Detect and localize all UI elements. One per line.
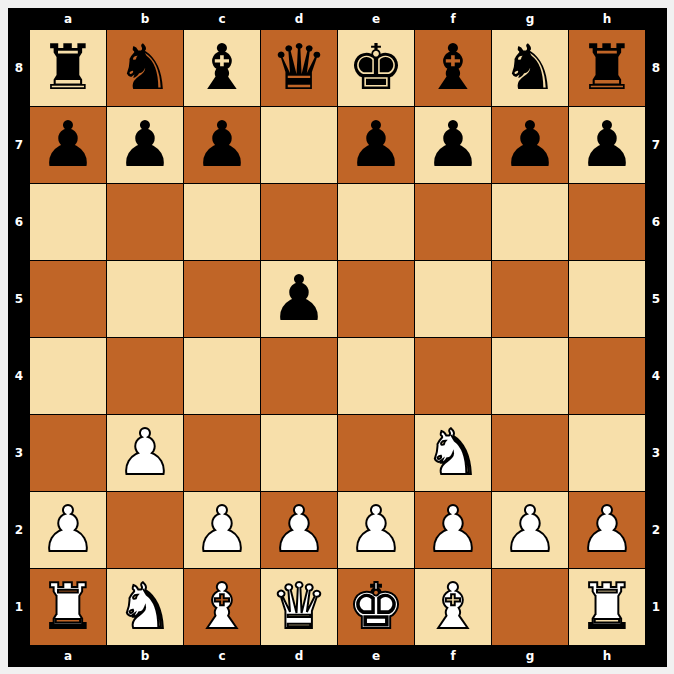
square-g1[interactable] — [492, 569, 568, 645]
square-e5[interactable] — [338, 261, 414, 337]
square-c2[interactable]: ♟ — [184, 492, 260, 568]
file-labels-bottom: abcdefgh — [30, 645, 645, 667]
rank-label-2: 2 — [645, 492, 667, 568]
square-h5[interactable] — [569, 261, 645, 337]
square-f8[interactable]: ♝ — [415, 30, 491, 106]
black-pawn-icon: ♟ — [579, 107, 635, 183]
square-a5[interactable] — [30, 261, 106, 337]
file-labels-top: abcdefgh — [30, 8, 645, 30]
file-label-g: g — [492, 645, 568, 667]
black-knight-icon: ♞ — [502, 30, 558, 106]
file-label-c: c — [184, 8, 260, 30]
square-h6[interactable] — [569, 184, 645, 260]
square-h3[interactable] — [569, 415, 645, 491]
file-label-f: f — [415, 8, 491, 30]
square-g3[interactable] — [492, 415, 568, 491]
square-e3[interactable] — [338, 415, 414, 491]
board-grid: ♜♞♝♛♚♝♞♜♟♟♟♟♟♟♟♟♟♞♟♟♟♟♟♟♟♜♞♝♛♚♝♜ — [30, 30, 645, 645]
square-e7[interactable]: ♟ — [338, 107, 414, 183]
black-rook-icon: ♜ — [40, 30, 96, 106]
square-g5[interactable] — [492, 261, 568, 337]
rank-label-5: 5 — [645, 261, 667, 337]
rank-label-8: 8 — [8, 30, 30, 106]
square-a1[interactable]: ♜ — [30, 569, 106, 645]
white-pawn-icon: ♟ — [40, 492, 96, 568]
rank-label-7: 7 — [8, 107, 30, 183]
square-c7[interactable]: ♟ — [184, 107, 260, 183]
rank-label-8: 8 — [645, 30, 667, 106]
black-pawn-icon: ♟ — [502, 107, 558, 183]
black-knight-icon: ♞ — [117, 30, 173, 106]
square-d6[interactable] — [261, 184, 337, 260]
black-pawn-icon: ♟ — [271, 261, 327, 337]
rank-label-2: 2 — [8, 492, 30, 568]
square-d5[interactable]: ♟ — [261, 261, 337, 337]
square-c4[interactable] — [184, 338, 260, 414]
square-b3[interactable]: ♟ — [107, 415, 183, 491]
file-label-d: d — [261, 645, 337, 667]
file-label-a: a — [30, 8, 106, 30]
square-b4[interactable] — [107, 338, 183, 414]
square-f1[interactable]: ♝ — [415, 569, 491, 645]
chessboard: abcdefgh 87654321 ♜♞♝♛♚♝♞♜♟♟♟♟♟♟♟♟♟♞♟♟♟♟… — [8, 8, 667, 667]
rank-label-7: 7 — [645, 107, 667, 183]
square-b8[interactable]: ♞ — [107, 30, 183, 106]
rank-label-1: 1 — [645, 569, 667, 645]
black-pawn-icon: ♟ — [117, 107, 173, 183]
square-f3[interactable]: ♞ — [415, 415, 491, 491]
white-king-icon: ♚ — [348, 569, 404, 645]
square-g2[interactable]: ♟ — [492, 492, 568, 568]
rank-labels-right: 87654321 — [645, 30, 667, 645]
square-c5[interactable] — [184, 261, 260, 337]
square-a2[interactable]: ♟ — [30, 492, 106, 568]
square-d3[interactable] — [261, 415, 337, 491]
rank-label-5: 5 — [8, 261, 30, 337]
square-c8[interactable]: ♝ — [184, 30, 260, 106]
square-e1[interactable]: ♚ — [338, 569, 414, 645]
square-d4[interactable] — [261, 338, 337, 414]
square-a3[interactable] — [30, 415, 106, 491]
file-label-b: b — [107, 645, 183, 667]
white-pawn-icon: ♟ — [271, 492, 327, 568]
square-g8[interactable]: ♞ — [492, 30, 568, 106]
square-b5[interactable] — [107, 261, 183, 337]
square-f5[interactable] — [415, 261, 491, 337]
square-e6[interactable] — [338, 184, 414, 260]
black-pawn-icon: ♟ — [425, 107, 481, 183]
black-king-icon: ♚ — [348, 30, 404, 106]
file-label-h: h — [569, 8, 645, 30]
white-rook-icon: ♜ — [579, 569, 635, 645]
square-c1[interactable]: ♝ — [184, 569, 260, 645]
rank-label-3: 3 — [8, 415, 30, 491]
rank-labels-left: 87654321 — [8, 30, 30, 645]
file-label-f: f — [415, 645, 491, 667]
file-label-e: e — [338, 8, 414, 30]
black-bishop-icon: ♝ — [194, 30, 250, 106]
file-label-d: d — [261, 8, 337, 30]
white-pawn-icon: ♟ — [348, 492, 404, 568]
black-pawn-icon: ♟ — [348, 107, 404, 183]
square-c6[interactable] — [184, 184, 260, 260]
file-label-h: h — [569, 645, 645, 667]
rank-label-4: 4 — [645, 338, 667, 414]
square-f6[interactable] — [415, 184, 491, 260]
square-g7[interactable]: ♟ — [492, 107, 568, 183]
square-h7[interactable]: ♟ — [569, 107, 645, 183]
white-pawn-icon: ♟ — [117, 415, 173, 491]
square-d8[interactable]: ♛ — [261, 30, 337, 106]
square-h2[interactable]: ♟ — [569, 492, 645, 568]
white-knight-icon: ♞ — [425, 415, 481, 491]
square-c3[interactable] — [184, 415, 260, 491]
square-b7[interactable]: ♟ — [107, 107, 183, 183]
square-b6[interactable] — [107, 184, 183, 260]
square-d1[interactable]: ♛ — [261, 569, 337, 645]
rank-label-1: 1 — [8, 569, 30, 645]
square-b2[interactable] — [107, 492, 183, 568]
white-bishop-icon: ♝ — [425, 569, 481, 645]
square-h1[interactable]: ♜ — [569, 569, 645, 645]
black-queen-icon: ♛ — [271, 30, 327, 106]
file-label-c: c — [184, 645, 260, 667]
square-a4[interactable] — [30, 338, 106, 414]
square-e8[interactable]: ♚ — [338, 30, 414, 106]
black-bishop-icon: ♝ — [425, 30, 481, 106]
square-b1[interactable]: ♞ — [107, 569, 183, 645]
white-pawn-icon: ♟ — [425, 492, 481, 568]
square-h8[interactable]: ♜ — [569, 30, 645, 106]
square-a6[interactable] — [30, 184, 106, 260]
square-f7[interactable]: ♟ — [415, 107, 491, 183]
rank-label-3: 3 — [645, 415, 667, 491]
white-pawn-icon: ♟ — [579, 492, 635, 568]
white-rook-icon: ♜ — [40, 569, 96, 645]
square-d2[interactable]: ♟ — [261, 492, 337, 568]
square-a8[interactable]: ♜ — [30, 30, 106, 106]
black-pawn-icon: ♟ — [40, 107, 96, 183]
file-label-a: a — [30, 645, 106, 667]
square-f4[interactable] — [415, 338, 491, 414]
square-h4[interactable] — [569, 338, 645, 414]
white-bishop-icon: ♝ — [194, 569, 250, 645]
rank-label-6: 6 — [8, 184, 30, 260]
white-pawn-icon: ♟ — [194, 492, 250, 568]
file-label-e: e — [338, 645, 414, 667]
white-knight-icon: ♞ — [117, 569, 173, 645]
square-g4[interactable] — [492, 338, 568, 414]
square-a7[interactable]: ♟ — [30, 107, 106, 183]
white-queen-icon: ♛ — [271, 569, 327, 645]
rank-label-6: 6 — [645, 184, 667, 260]
square-d7[interactable] — [261, 107, 337, 183]
square-f2[interactable]: ♟ — [415, 492, 491, 568]
file-label-g: g — [492, 8, 568, 30]
white-pawn-icon: ♟ — [502, 492, 558, 568]
square-g6[interactable] — [492, 184, 568, 260]
file-label-b: b — [107, 8, 183, 30]
square-e2[interactable]: ♟ — [338, 492, 414, 568]
black-pawn-icon: ♟ — [194, 107, 250, 183]
black-rook-icon: ♜ — [579, 30, 635, 106]
square-e4[interactable] — [338, 338, 414, 414]
rank-label-4: 4 — [8, 338, 30, 414]
